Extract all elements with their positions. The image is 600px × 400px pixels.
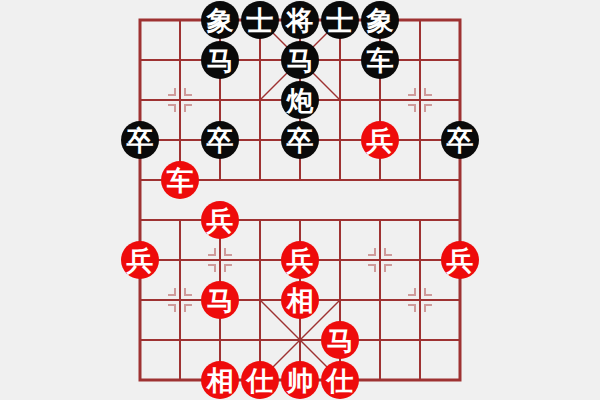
board-point[interactable] bbox=[320, 240, 360, 280]
board-point[interactable] bbox=[160, 40, 200, 80]
board-point[interactable] bbox=[240, 40, 280, 80]
board-point[interactable] bbox=[240, 280, 280, 320]
board-point[interactable] bbox=[120, 40, 160, 80]
board-point[interactable] bbox=[360, 280, 400, 320]
board-point[interactable] bbox=[160, 320, 200, 360]
board-point[interactable] bbox=[200, 160, 240, 200]
piece-red-elephant[interactable]: 相 bbox=[201, 361, 239, 399]
board-point[interactable] bbox=[440, 280, 480, 320]
board-point[interactable] bbox=[280, 200, 320, 240]
board-point[interactable] bbox=[360, 240, 400, 280]
board-point[interactable] bbox=[240, 160, 280, 200]
piece-red-soldier[interactable]: 兵 bbox=[441, 241, 479, 279]
board-point[interactable] bbox=[120, 320, 160, 360]
board-point[interactable] bbox=[360, 80, 400, 120]
board-point[interactable] bbox=[440, 200, 480, 240]
xiangqi-app: 象士将士象马马车炮卒卒卒兵卒车兵兵兵兵马相马相仕帅仕 bbox=[0, 0, 600, 400]
board-point[interactable] bbox=[240, 200, 280, 240]
board-point[interactable] bbox=[400, 200, 440, 240]
board-point[interactable] bbox=[120, 280, 160, 320]
xiangqi-board: 象士将士象马马车炮卒卒卒兵卒车兵兵兵兵马相马相仕帅仕 bbox=[120, 0, 480, 400]
board-point[interactable] bbox=[120, 360, 160, 400]
board-point[interactable] bbox=[280, 320, 320, 360]
board-point[interactable] bbox=[160, 120, 200, 160]
board-point[interactable]: 卒 bbox=[440, 120, 480, 160]
board-point[interactable] bbox=[440, 160, 480, 200]
board-point[interactable]: 象 bbox=[360, 0, 400, 40]
board-point[interactable]: 马 bbox=[200, 40, 240, 80]
board-point[interactable] bbox=[200, 320, 240, 360]
board-point[interactable]: 将 bbox=[280, 0, 320, 40]
board-point[interactable] bbox=[440, 360, 480, 400]
piece-red-soldier[interactable]: 兵 bbox=[361, 121, 399, 159]
board-point[interactable] bbox=[120, 0, 160, 40]
piece-black-soldier[interactable]: 卒 bbox=[201, 121, 239, 159]
piece-black-advisor[interactable]: 士 bbox=[321, 1, 359, 39]
board-point[interactable] bbox=[160, 80, 200, 120]
board-point[interactable] bbox=[240, 320, 280, 360]
board-point[interactable] bbox=[320, 200, 360, 240]
piece-red-chariot[interactable]: 车 bbox=[161, 161, 199, 199]
board-point[interactable]: 兵 bbox=[120, 240, 160, 280]
board-point[interactable]: 象 bbox=[200, 0, 240, 40]
piece-black-horse[interactable]: 马 bbox=[201, 41, 239, 79]
piece-red-soldier[interactable]: 兵 bbox=[121, 241, 159, 279]
board-point[interactable] bbox=[160, 0, 200, 40]
board-point[interactable] bbox=[400, 40, 440, 80]
board-point[interactable] bbox=[200, 80, 240, 120]
board-point[interactable] bbox=[280, 160, 320, 200]
board-point[interactable] bbox=[400, 320, 440, 360]
piece-black-chariot[interactable]: 车 bbox=[361, 41, 399, 79]
board-point[interactable] bbox=[360, 200, 400, 240]
board-point[interactable]: 仕 bbox=[320, 360, 360, 400]
piece-black-advisor[interactable]: 士 bbox=[241, 1, 279, 39]
piece-red-horse[interactable]: 马 bbox=[321, 321, 359, 359]
board-point[interactable] bbox=[200, 240, 240, 280]
board-point[interactable]: 卒 bbox=[200, 120, 240, 160]
board-point[interactable] bbox=[440, 80, 480, 120]
piece-black-soldier[interactable]: 卒 bbox=[441, 121, 479, 159]
board-point[interactable]: 兵 bbox=[200, 200, 240, 240]
board-point[interactable]: 士 bbox=[320, 0, 360, 40]
board-point[interactable] bbox=[120, 160, 160, 200]
board-point[interactable] bbox=[120, 200, 160, 240]
board-point[interactable] bbox=[160, 280, 200, 320]
piece-red-soldier[interactable]: 兵 bbox=[201, 201, 239, 239]
piece-black-soldier[interactable]: 卒 bbox=[121, 121, 159, 159]
board-point[interactable] bbox=[160, 200, 200, 240]
board-point[interactable] bbox=[320, 120, 360, 160]
board-point[interactable] bbox=[320, 40, 360, 80]
piece-black-cannon[interactable]: 炮 bbox=[281, 81, 319, 119]
board-point[interactable] bbox=[320, 80, 360, 120]
piece-black-horse[interactable]: 马 bbox=[281, 41, 319, 79]
board-point[interactable] bbox=[320, 160, 360, 200]
board-point[interactable]: 卒 bbox=[280, 120, 320, 160]
board-point[interactable]: 兵 bbox=[280, 240, 320, 280]
board-point[interactable] bbox=[240, 240, 280, 280]
board-point[interactable] bbox=[360, 360, 400, 400]
board-point[interactable] bbox=[440, 320, 480, 360]
piece-red-advisor[interactable]: 仕 bbox=[321, 361, 359, 399]
board-point[interactable] bbox=[120, 80, 160, 120]
board-point[interactable]: 帅 bbox=[280, 360, 320, 400]
board-point[interactable] bbox=[160, 360, 200, 400]
board-point[interactable] bbox=[400, 360, 440, 400]
piece-black-elephant[interactable]: 象 bbox=[361, 1, 399, 39]
board-point[interactable]: 士 bbox=[240, 0, 280, 40]
board-point[interactable] bbox=[440, 40, 480, 80]
board-point[interactable] bbox=[360, 320, 400, 360]
board-point[interactable] bbox=[400, 240, 440, 280]
board-point[interactable]: 兵 bbox=[360, 120, 400, 160]
board-point[interactable]: 兵 bbox=[440, 240, 480, 280]
piece-red-elephant[interactable]: 相 bbox=[281, 281, 319, 319]
piece-black-elephant[interactable]: 象 bbox=[201, 1, 239, 39]
board-point[interactable] bbox=[400, 80, 440, 120]
piece-red-soldier[interactable]: 兵 bbox=[281, 241, 319, 279]
board-point[interactable]: 马 bbox=[280, 40, 320, 80]
piece-red-horse[interactable]: 马 bbox=[201, 281, 239, 319]
board-point[interactable] bbox=[400, 160, 440, 200]
board-point[interactable]: 仕 bbox=[240, 360, 280, 400]
piece-black-general[interactable]: 将 bbox=[281, 1, 319, 39]
piece-red-advisor[interactable]: 仕 bbox=[241, 361, 279, 399]
board-point[interactable] bbox=[360, 160, 400, 200]
board-point[interactable] bbox=[240, 120, 280, 160]
board-point[interactable]: 相 bbox=[280, 280, 320, 320]
board-point[interactable]: 马 bbox=[200, 280, 240, 320]
board-point[interactable]: 车 bbox=[160, 160, 200, 200]
board-point[interactable]: 车 bbox=[360, 40, 400, 80]
board-point[interactable] bbox=[160, 240, 200, 280]
board-point[interactable]: 相 bbox=[200, 360, 240, 400]
board-point[interactable] bbox=[400, 280, 440, 320]
board-point[interactable] bbox=[400, 0, 440, 40]
piece-red-general[interactable]: 帅 bbox=[281, 361, 319, 399]
board-point[interactable]: 卒 bbox=[120, 120, 160, 160]
board-point[interactable]: 马 bbox=[320, 320, 360, 360]
piece-black-soldier[interactable]: 卒 bbox=[281, 121, 319, 159]
board-point[interactable] bbox=[440, 0, 480, 40]
board-point[interactable]: 炮 bbox=[280, 80, 320, 120]
board-point[interactable] bbox=[240, 80, 280, 120]
board-point[interactable] bbox=[320, 280, 360, 320]
board-point[interactable] bbox=[400, 120, 440, 160]
